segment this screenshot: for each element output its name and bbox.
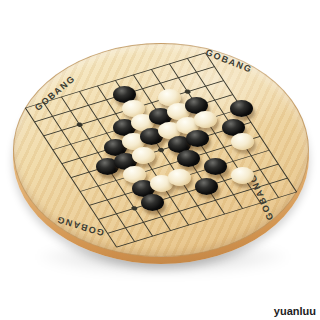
white-stone[interactable]	[231, 133, 254, 150]
white-stone[interactable]	[168, 169, 191, 186]
stone-layer	[0, 0, 320, 320]
black-stone[interactable]	[186, 130, 209, 147]
black-stone[interactable]	[195, 178, 218, 195]
black-stone[interactable]	[177, 150, 200, 167]
watermark: yuanluu	[274, 305, 316, 317]
white-stone[interactable]	[194, 111, 217, 128]
black-stone[interactable]	[204, 158, 227, 175]
black-stone[interactable]	[230, 100, 253, 117]
white-stone[interactable]	[132, 147, 155, 164]
black-stone[interactable]	[141, 194, 164, 211]
white-stone[interactable]	[231, 167, 254, 184]
product-photo-scene: GOBANG GOBANG GOBANG GOBANG yuanluu	[0, 0, 320, 320]
